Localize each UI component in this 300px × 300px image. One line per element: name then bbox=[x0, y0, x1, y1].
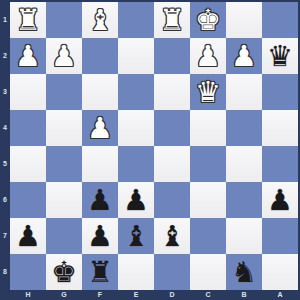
rank-label-4: 4 bbox=[0, 110, 10, 146]
black-king-g8[interactable]: ♚ bbox=[51, 254, 77, 290]
square-c5[interactable] bbox=[190, 146, 226, 182]
chess-board-frame: ♜♝♜♚♟♟♟♟♛♛♟♟♟♟♟♟♝♝♚♜♞ 12345678 HGFEDCBA bbox=[0, 0, 300, 300]
square-c3[interactable]: ♛ bbox=[190, 74, 226, 110]
square-b1[interactable] bbox=[226, 2, 262, 38]
rank-label-5: 5 bbox=[0, 146, 10, 182]
file-label-h: H bbox=[10, 290, 46, 300]
black-knight-b8[interactable]: ♞ bbox=[231, 254, 257, 290]
black-pawn-f7[interactable]: ♟ bbox=[87, 218, 113, 254]
rank-label-6: 6 bbox=[0, 182, 10, 218]
square-c8[interactable] bbox=[190, 254, 226, 290]
square-b5[interactable] bbox=[226, 146, 262, 182]
square-g3[interactable] bbox=[46, 74, 82, 110]
square-d7[interactable]: ♝ bbox=[154, 218, 190, 254]
square-d2[interactable] bbox=[154, 38, 190, 74]
square-a6[interactable]: ♟ bbox=[262, 182, 298, 218]
white-bishop-f1[interactable]: ♝ bbox=[87, 2, 113, 38]
square-h2[interactable]: ♟ bbox=[10, 38, 46, 74]
square-h1[interactable]: ♜ bbox=[10, 2, 46, 38]
board-grid: ♜♝♜♚♟♟♟♟♛♛♟♟♟♟♟♟♝♝♚♜♞ bbox=[10, 2, 298, 290]
white-pawn-c2[interactable]: ♟ bbox=[195, 38, 221, 74]
square-h3[interactable] bbox=[10, 74, 46, 110]
white-rook-h1[interactable]: ♜ bbox=[15, 2, 41, 38]
square-a1[interactable] bbox=[262, 2, 298, 38]
black-rook-f8[interactable]: ♜ bbox=[87, 254, 113, 290]
square-e5[interactable] bbox=[118, 146, 154, 182]
square-e2[interactable] bbox=[118, 38, 154, 74]
square-d5[interactable] bbox=[154, 146, 190, 182]
square-a3[interactable] bbox=[262, 74, 298, 110]
square-b8[interactable]: ♞ bbox=[226, 254, 262, 290]
square-g1[interactable] bbox=[46, 2, 82, 38]
square-f6[interactable]: ♟ bbox=[82, 182, 118, 218]
black-bishop-d7[interactable]: ♝ bbox=[159, 218, 185, 254]
square-d4[interactable] bbox=[154, 110, 190, 146]
square-h6[interactable] bbox=[10, 182, 46, 218]
square-g2[interactable]: ♟ bbox=[46, 38, 82, 74]
white-pawn-g2[interactable]: ♟ bbox=[51, 38, 77, 74]
square-h8[interactable] bbox=[10, 254, 46, 290]
square-d8[interactable] bbox=[154, 254, 190, 290]
black-pawn-e6[interactable]: ♟ bbox=[123, 182, 149, 218]
square-e3[interactable] bbox=[118, 74, 154, 110]
square-b4[interactable] bbox=[226, 110, 262, 146]
square-c6[interactable] bbox=[190, 182, 226, 218]
square-d1[interactable]: ♜ bbox=[154, 2, 190, 38]
square-g4[interactable] bbox=[46, 110, 82, 146]
rank-label-8: 8 bbox=[0, 254, 10, 290]
file-label-g: G bbox=[46, 290, 82, 300]
square-b2[interactable]: ♟ bbox=[226, 38, 262, 74]
square-g5[interactable] bbox=[46, 146, 82, 182]
square-c4[interactable] bbox=[190, 110, 226, 146]
square-a7[interactable] bbox=[262, 218, 298, 254]
square-e7[interactable]: ♝ bbox=[118, 218, 154, 254]
square-f2[interactable] bbox=[82, 38, 118, 74]
square-c7[interactable] bbox=[190, 218, 226, 254]
rank-label-1: 1 bbox=[0, 2, 10, 38]
square-d6[interactable] bbox=[154, 182, 190, 218]
square-a8[interactable] bbox=[262, 254, 298, 290]
file-label-c: C bbox=[190, 290, 226, 300]
square-f1[interactable]: ♝ bbox=[82, 2, 118, 38]
rank-label-3: 3 bbox=[0, 74, 10, 110]
rank-label-7: 7 bbox=[0, 218, 10, 254]
white-pawn-h2[interactable]: ♟ bbox=[15, 38, 41, 74]
file-label-d: D bbox=[154, 290, 190, 300]
white-queen-c3[interactable]: ♛ bbox=[195, 74, 221, 110]
rank-label-2: 2 bbox=[0, 38, 10, 74]
white-king-c1[interactable]: ♚ bbox=[195, 2, 221, 38]
square-g8[interactable]: ♚ bbox=[46, 254, 82, 290]
square-f5[interactable] bbox=[82, 146, 118, 182]
square-e1[interactable] bbox=[118, 2, 154, 38]
square-e8[interactable] bbox=[118, 254, 154, 290]
square-f7[interactable]: ♟ bbox=[82, 218, 118, 254]
square-c1[interactable]: ♚ bbox=[190, 2, 226, 38]
file-label-e: E bbox=[118, 290, 154, 300]
square-f8[interactable]: ♜ bbox=[82, 254, 118, 290]
square-e4[interactable] bbox=[118, 110, 154, 146]
square-f4[interactable]: ♟ bbox=[82, 110, 118, 146]
black-bishop-e7[interactable]: ♝ bbox=[123, 218, 149, 254]
black-pawn-a6[interactable]: ♟ bbox=[267, 182, 293, 218]
white-rook-d1[interactable]: ♜ bbox=[159, 2, 185, 38]
square-h5[interactable] bbox=[10, 146, 46, 182]
file-label-f: F bbox=[82, 290, 118, 300]
square-g7[interactable] bbox=[46, 218, 82, 254]
square-g6[interactable] bbox=[46, 182, 82, 218]
square-b7[interactable] bbox=[226, 218, 262, 254]
file-label-a: A bbox=[262, 290, 298, 300]
square-b6[interactable] bbox=[226, 182, 262, 218]
square-c2[interactable]: ♟ bbox=[190, 38, 226, 74]
square-h4[interactable] bbox=[10, 110, 46, 146]
white-pawn-b2[interactable]: ♟ bbox=[231, 38, 257, 74]
square-e6[interactable]: ♟ bbox=[118, 182, 154, 218]
white-pawn-f4[interactable]: ♟ bbox=[87, 110, 113, 146]
square-d3[interactable] bbox=[154, 74, 190, 110]
square-a4[interactable] bbox=[262, 110, 298, 146]
black-pawn-f6[interactable]: ♟ bbox=[87, 182, 113, 218]
black-pawn-h7[interactable]: ♟ bbox=[15, 218, 41, 254]
square-f3[interactable] bbox=[82, 74, 118, 110]
square-h7[interactable]: ♟ bbox=[10, 218, 46, 254]
file-label-b: B bbox=[226, 290, 262, 300]
square-a2[interactable]: ♛ bbox=[262, 38, 298, 74]
square-a5[interactable] bbox=[262, 146, 298, 182]
black-queen-a2[interactable]: ♛ bbox=[267, 38, 293, 74]
square-b3[interactable] bbox=[226, 74, 262, 110]
